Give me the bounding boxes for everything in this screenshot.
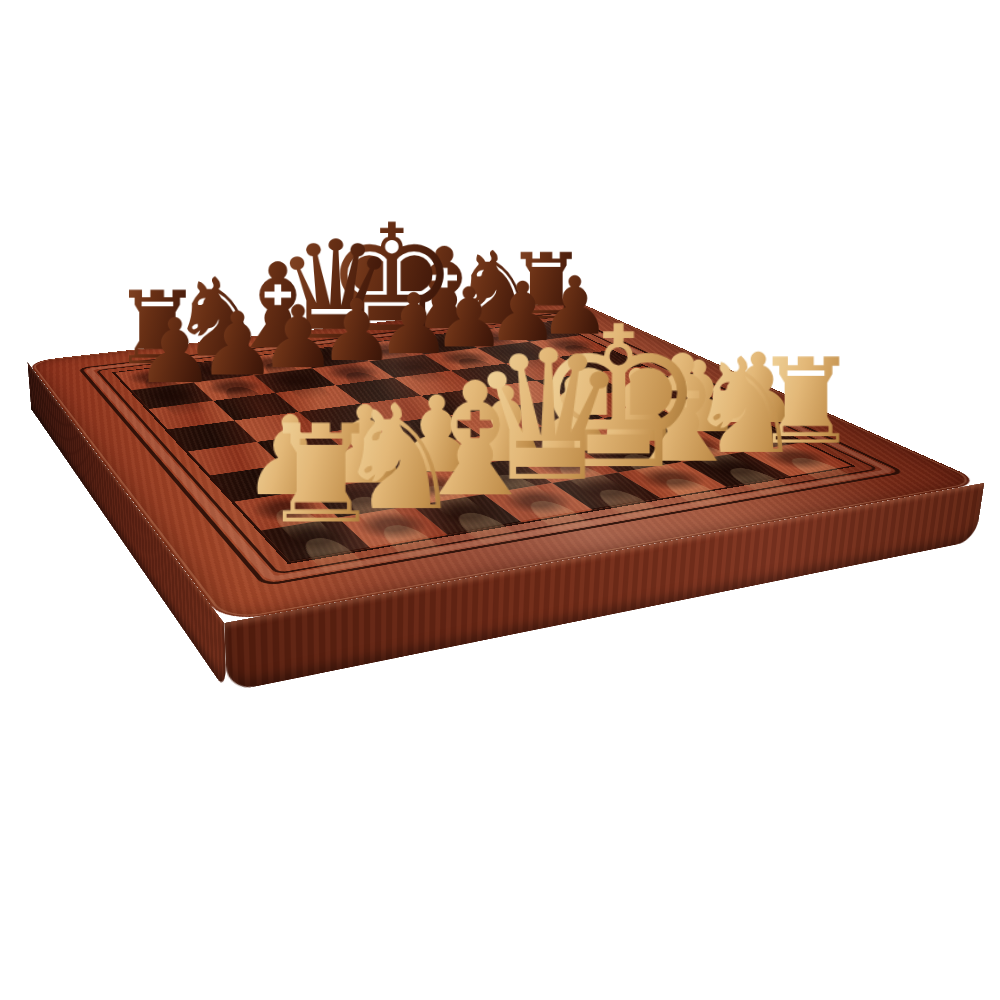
piece-black-pawn: ♟ <box>135 308 215 397</box>
piece-white-rook: ♜ <box>260 407 382 543</box>
chess-board: ♜♞♝♛♚♝♞♜♟♟♟♟♟♟♟♟♟♟♟♟♟♟♟♟♜♞♝♛♚♝♞♜ <box>27 300 984 622</box>
square-a1: ♜ <box>261 518 371 562</box>
playing-field: ♜♞♝♛♚♝♞♜♟♟♟♟♟♟♟♟♟♟♟♟♟♟♟♟♜♞♝♛♚♝♞♜ <box>115 322 851 562</box>
product-photo-scene: ♜♞♝♛♚♝♞♜♟♟♟♟♟♟♟♟♟♟♟♟♟♟♟♟♜♞♝♛♚♝♞♜ <box>0 0 1000 1000</box>
